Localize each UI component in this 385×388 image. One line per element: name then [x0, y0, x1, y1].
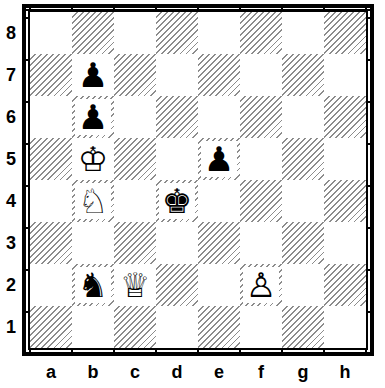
square-b4[interactable]: ♘	[72, 180, 114, 222]
square-h6[interactable]	[324, 96, 366, 138]
square-c2[interactable]: ♕	[114, 264, 156, 306]
square-a3[interactable]	[30, 222, 72, 264]
square-f2[interactable]: ♙	[240, 264, 282, 306]
white-king: ♔	[75, 141, 111, 177]
square-e1[interactable]	[198, 306, 240, 348]
square-h3[interactable]	[324, 222, 366, 264]
file-label-e: e	[198, 358, 240, 383]
square-f6[interactable]	[240, 96, 282, 138]
square-a2[interactable]	[30, 264, 72, 306]
square-g6[interactable]	[282, 96, 324, 138]
square-c8[interactable]	[114, 12, 156, 54]
square-d1[interactable]	[156, 306, 198, 348]
rank-label-1: 1	[0, 306, 22, 348]
square-e2[interactable]	[198, 264, 240, 306]
square-g4[interactable]	[282, 180, 324, 222]
white-pawn: ♙	[243, 267, 279, 303]
square-b1[interactable]	[72, 306, 114, 348]
square-e5[interactable]: ♟	[198, 138, 240, 180]
square-a8[interactable]	[30, 12, 72, 54]
file-label-d: d	[156, 358, 198, 383]
chess-diagram: 87654321 ♟♟♔♟♘♚♞♕♙ abcdefgh	[0, 0, 385, 388]
square-h2[interactable]	[324, 264, 366, 306]
rank-label-4: 4	[0, 180, 22, 222]
square-h5[interactable]	[324, 138, 366, 180]
square-d5[interactable]	[156, 138, 198, 180]
square-f5[interactable]	[240, 138, 282, 180]
rank-labels: 87654321	[0, 4, 22, 356]
square-b7[interactable]: ♟	[72, 54, 114, 96]
square-d3[interactable]	[156, 222, 198, 264]
black-knight: ♞	[75, 267, 111, 303]
square-d2[interactable]	[156, 264, 198, 306]
chess-board: ♟♟♔♟♘♚♞♕♙	[28, 10, 368, 350]
square-g2[interactable]	[282, 264, 324, 306]
black-pawn: ♟	[75, 57, 111, 93]
square-a7[interactable]	[30, 54, 72, 96]
black-pawn: ♟	[201, 141, 237, 177]
rank-label-8: 8	[0, 12, 22, 54]
square-f8[interactable]	[240, 12, 282, 54]
square-g3[interactable]	[282, 222, 324, 264]
file-label-b: b	[72, 358, 114, 383]
square-a6[interactable]	[30, 96, 72, 138]
rank-label-5: 5	[0, 138, 22, 180]
square-b3[interactable]	[72, 222, 114, 264]
rank-label-3: 3	[0, 222, 22, 264]
square-c5[interactable]	[114, 138, 156, 180]
square-b2[interactable]: ♞	[72, 264, 114, 306]
white-queen: ♕	[117, 267, 153, 303]
square-f1[interactable]	[240, 306, 282, 348]
file-label-h: h	[324, 358, 366, 383]
square-a1[interactable]	[30, 306, 72, 348]
black-king: ♚	[159, 183, 195, 219]
rank-label-2: 2	[0, 264, 22, 306]
square-c3[interactable]	[114, 222, 156, 264]
rank-label-6: 6	[0, 96, 22, 138]
rank-label-7: 7	[0, 54, 22, 96]
square-f3[interactable]	[240, 222, 282, 264]
square-b6[interactable]: ♟	[72, 96, 114, 138]
square-h8[interactable]	[324, 12, 366, 54]
square-b8[interactable]	[72, 12, 114, 54]
square-a5[interactable]	[30, 138, 72, 180]
square-c4[interactable]	[114, 180, 156, 222]
square-g7[interactable]	[282, 54, 324, 96]
square-e7[interactable]	[198, 54, 240, 96]
file-label-a: a	[30, 358, 72, 383]
file-label-f: f	[240, 358, 282, 383]
square-d7[interactable]	[156, 54, 198, 96]
square-e8[interactable]	[198, 12, 240, 54]
white-knight: ♘	[75, 183, 111, 219]
board-frame: ♟♟♔♟♘♚♞♕♙	[22, 4, 374, 356]
square-g5[interactable]	[282, 138, 324, 180]
square-g1[interactable]	[282, 306, 324, 348]
square-h7[interactable]	[324, 54, 366, 96]
square-g8[interactable]	[282, 12, 324, 54]
square-h4[interactable]	[324, 180, 366, 222]
square-d6[interactable]	[156, 96, 198, 138]
square-h1[interactable]	[324, 306, 366, 348]
black-pawn: ♟	[75, 99, 111, 135]
file-labels: abcdefgh	[22, 356, 374, 384]
corner-spacer	[0, 356, 22, 384]
square-e3[interactable]	[198, 222, 240, 264]
diagram-layout: 87654321 ♟♟♔♟♘♚♞♕♙ abcdefgh	[0, 4, 385, 384]
square-e4[interactable]	[198, 180, 240, 222]
file-label-g: g	[282, 358, 324, 383]
square-c7[interactable]	[114, 54, 156, 96]
square-f7[interactable]	[240, 54, 282, 96]
square-e6[interactable]	[198, 96, 240, 138]
square-f4[interactable]	[240, 180, 282, 222]
square-c1[interactable]	[114, 306, 156, 348]
square-d8[interactable]	[156, 12, 198, 54]
file-label-c: c	[114, 358, 156, 383]
square-b5[interactable]: ♔	[72, 138, 114, 180]
square-a4[interactable]	[30, 180, 72, 222]
square-c6[interactable]	[114, 96, 156, 138]
square-d4[interactable]: ♚	[156, 180, 198, 222]
